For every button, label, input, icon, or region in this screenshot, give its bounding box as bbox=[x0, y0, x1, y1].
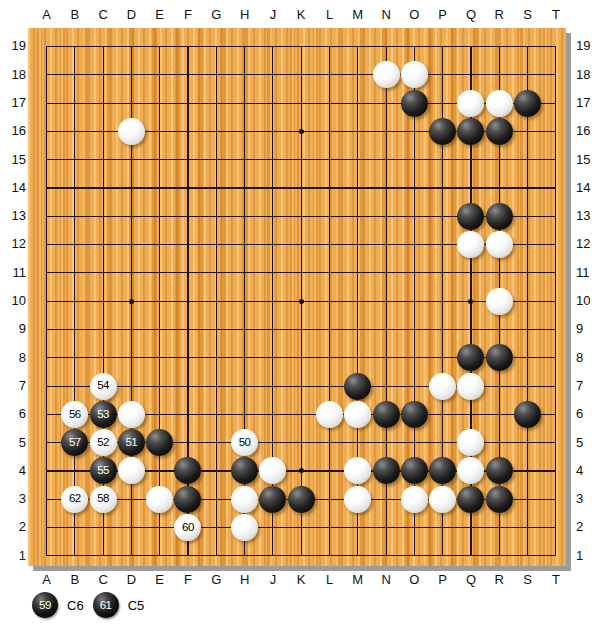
point-R7 bbox=[485, 372, 513, 400]
point-S12 bbox=[513, 230, 541, 258]
point-A11 bbox=[32, 259, 60, 287]
point-H4 bbox=[230, 457, 258, 485]
white-stone bbox=[457, 457, 484, 484]
point-P13 bbox=[429, 202, 457, 230]
star-point bbox=[299, 468, 304, 473]
column-label-bottom: P bbox=[429, 572, 457, 588]
point-G15 bbox=[202, 146, 230, 174]
point-T14 bbox=[542, 174, 570, 202]
black-stone bbox=[514, 401, 541, 428]
column-label-top: D bbox=[117, 7, 145, 23]
column-label-bottom: E bbox=[146, 572, 174, 588]
caption-black-stone-icon: 61 bbox=[93, 592, 119, 618]
point-A14 bbox=[32, 174, 60, 202]
point-H18 bbox=[230, 61, 258, 89]
point-J7 bbox=[259, 372, 287, 400]
black-stone bbox=[486, 344, 513, 371]
point-A6 bbox=[32, 400, 60, 428]
white-stone bbox=[146, 486, 173, 513]
point-R17 bbox=[485, 89, 513, 117]
row-label-right: 5 bbox=[576, 429, 600, 457]
point-M5 bbox=[344, 429, 372, 457]
point-T19 bbox=[542, 32, 570, 60]
point-P3 bbox=[429, 485, 457, 513]
point-M10 bbox=[344, 287, 372, 315]
point-R15 bbox=[485, 146, 513, 174]
point-A8 bbox=[32, 344, 60, 372]
point-E3 bbox=[146, 485, 174, 513]
point-L15 bbox=[315, 146, 343, 174]
point-S19 bbox=[513, 32, 541, 60]
point-C8 bbox=[89, 344, 117, 372]
point-C19 bbox=[89, 32, 117, 60]
point-M9 bbox=[344, 315, 372, 343]
go-board: 5456535752515055625860 bbox=[28, 28, 566, 566]
point-H9 bbox=[230, 315, 258, 343]
point-N13 bbox=[372, 202, 400, 230]
column-label-top: C bbox=[89, 7, 117, 23]
row-label-left: 11 bbox=[0, 259, 26, 287]
point-F6 bbox=[174, 400, 202, 428]
point-J1 bbox=[259, 542, 287, 570]
point-O18 bbox=[400, 61, 428, 89]
point-O4 bbox=[400, 457, 428, 485]
point-C14 bbox=[89, 174, 117, 202]
point-N11 bbox=[372, 259, 400, 287]
point-O8 bbox=[400, 344, 428, 372]
column-label-top: N bbox=[372, 7, 400, 23]
row-label-right: 12 bbox=[576, 230, 600, 258]
row-label-right: 19 bbox=[576, 32, 600, 60]
point-D3 bbox=[117, 485, 145, 513]
row-label-right: 3 bbox=[576, 485, 600, 513]
point-S2 bbox=[513, 513, 541, 541]
column-label-top: M bbox=[344, 7, 372, 23]
point-E1 bbox=[146, 542, 174, 570]
point-K18 bbox=[287, 61, 315, 89]
black-stone bbox=[486, 486, 513, 513]
black-stone bbox=[457, 118, 484, 145]
white-stone: 56 bbox=[61, 401, 88, 428]
point-C18 bbox=[89, 61, 117, 89]
point-B18 bbox=[61, 61, 89, 89]
point-O16 bbox=[400, 117, 428, 145]
point-K11 bbox=[287, 259, 315, 287]
column-label-top: K bbox=[287, 7, 315, 23]
point-B14 bbox=[61, 174, 89, 202]
point-S9 bbox=[513, 315, 541, 343]
point-K3 bbox=[287, 485, 315, 513]
point-B4 bbox=[61, 457, 89, 485]
point-F14 bbox=[174, 174, 202, 202]
black-stone: 55 bbox=[90, 457, 117, 484]
point-D14 bbox=[117, 174, 145, 202]
row-label-left: 14 bbox=[0, 174, 26, 202]
point-C9 bbox=[89, 315, 117, 343]
row-label-left: 3 bbox=[0, 485, 26, 513]
point-C6: 53 bbox=[89, 400, 117, 428]
point-E13 bbox=[146, 202, 174, 230]
point-S15 bbox=[513, 146, 541, 174]
point-N15 bbox=[372, 146, 400, 174]
point-G17 bbox=[202, 89, 230, 117]
point-O9 bbox=[400, 315, 428, 343]
point-J18 bbox=[259, 61, 287, 89]
white-stone bbox=[486, 231, 513, 258]
point-K16 bbox=[287, 117, 315, 145]
point-T13 bbox=[542, 202, 570, 230]
move-number: 57 bbox=[69, 437, 81, 449]
point-G3 bbox=[202, 485, 230, 513]
column-label-bottom: H bbox=[230, 572, 258, 588]
move-number: 51 bbox=[125, 437, 137, 449]
black-stone bbox=[174, 457, 201, 484]
point-O19 bbox=[400, 32, 428, 60]
point-P17 bbox=[429, 89, 457, 117]
point-Q8 bbox=[457, 344, 485, 372]
point-P2 bbox=[429, 513, 457, 541]
point-J3 bbox=[259, 485, 287, 513]
column-label-top: Q bbox=[457, 7, 485, 23]
point-D9 bbox=[117, 315, 145, 343]
point-C12 bbox=[89, 230, 117, 258]
row-label-left: 1 bbox=[0, 542, 26, 570]
point-H7 bbox=[230, 372, 258, 400]
point-M16 bbox=[344, 117, 372, 145]
point-F9 bbox=[174, 315, 202, 343]
point-R3 bbox=[485, 485, 513, 513]
black-stone: 57 bbox=[61, 429, 88, 456]
row-label-left: 2 bbox=[0, 513, 26, 541]
point-N12 bbox=[372, 230, 400, 258]
point-D7 bbox=[117, 372, 145, 400]
row-label-right: 1 bbox=[576, 542, 600, 570]
point-N19 bbox=[372, 32, 400, 60]
row-label-right: 11 bbox=[576, 259, 600, 287]
row-label-right: 7 bbox=[576, 372, 600, 400]
point-E17 bbox=[146, 89, 174, 117]
point-Q10 bbox=[457, 287, 485, 315]
row-label-left: 8 bbox=[0, 344, 26, 372]
point-C17 bbox=[89, 89, 117, 117]
point-F11 bbox=[174, 259, 202, 287]
point-F4 bbox=[174, 457, 202, 485]
point-O2 bbox=[400, 513, 428, 541]
point-B17 bbox=[61, 89, 89, 117]
column-label-bottom: C bbox=[89, 572, 117, 588]
point-J17 bbox=[259, 89, 287, 117]
point-T5 bbox=[542, 429, 570, 457]
column-label-bottom: B bbox=[61, 572, 89, 588]
point-L5 bbox=[315, 429, 343, 457]
point-M11 bbox=[344, 259, 372, 287]
black-stone bbox=[401, 401, 428, 428]
point-M19 bbox=[344, 32, 372, 60]
point-Q4 bbox=[457, 457, 485, 485]
column-label-bottom: S bbox=[513, 572, 541, 588]
point-K2 bbox=[287, 513, 315, 541]
point-E11 bbox=[146, 259, 174, 287]
white-stone: 60 bbox=[174, 514, 201, 541]
column-label-top: O bbox=[400, 7, 428, 23]
column-label-top: P bbox=[429, 7, 457, 23]
point-O6 bbox=[400, 400, 428, 428]
point-J2 bbox=[259, 513, 287, 541]
point-T17 bbox=[542, 89, 570, 117]
point-P7 bbox=[429, 372, 457, 400]
point-L13 bbox=[315, 202, 343, 230]
row-label-left: 17 bbox=[0, 89, 26, 117]
point-A15 bbox=[32, 146, 60, 174]
point-H3 bbox=[230, 485, 258, 513]
point-O1 bbox=[400, 542, 428, 570]
point-D5: 51 bbox=[117, 429, 145, 457]
point-N4 bbox=[372, 457, 400, 485]
black-stone bbox=[373, 457, 400, 484]
point-B6: 56 bbox=[61, 400, 89, 428]
point-B1 bbox=[61, 542, 89, 570]
point-F16 bbox=[174, 117, 202, 145]
point-S6 bbox=[513, 400, 541, 428]
point-C3: 58 bbox=[89, 485, 117, 513]
point-G13 bbox=[202, 202, 230, 230]
point-O5 bbox=[400, 429, 428, 457]
point-H8 bbox=[230, 344, 258, 372]
point-O13 bbox=[400, 202, 428, 230]
point-F19 bbox=[174, 32, 202, 60]
black-stone bbox=[174, 486, 201, 513]
white-stone bbox=[118, 401, 145, 428]
point-G5 bbox=[202, 429, 230, 457]
point-G9 bbox=[202, 315, 230, 343]
point-A1 bbox=[32, 542, 60, 570]
point-Q13 bbox=[457, 202, 485, 230]
point-A7 bbox=[32, 372, 60, 400]
white-stone bbox=[457, 373, 484, 400]
white-stone bbox=[231, 514, 258, 541]
point-C10 bbox=[89, 287, 117, 315]
point-P15 bbox=[429, 146, 457, 174]
point-B10 bbox=[61, 287, 89, 315]
white-stone bbox=[486, 288, 513, 315]
black-stone bbox=[401, 90, 428, 117]
black-stone: 53 bbox=[90, 401, 117, 428]
point-D10 bbox=[117, 287, 145, 315]
point-A5 bbox=[32, 429, 60, 457]
point-J14 bbox=[259, 174, 287, 202]
point-H2 bbox=[230, 513, 258, 541]
caption-move-number: 61 bbox=[100, 599, 112, 611]
point-R14 bbox=[485, 174, 513, 202]
point-N2 bbox=[372, 513, 400, 541]
point-F5 bbox=[174, 429, 202, 457]
point-B9 bbox=[61, 315, 89, 343]
point-K15 bbox=[287, 146, 315, 174]
black-stone bbox=[401, 457, 428, 484]
point-P8 bbox=[429, 344, 457, 372]
point-R6 bbox=[485, 400, 513, 428]
point-Q18 bbox=[457, 61, 485, 89]
point-S16 bbox=[513, 117, 541, 145]
point-A17 bbox=[32, 89, 60, 117]
row-label-right: 15 bbox=[576, 146, 600, 174]
point-F15 bbox=[174, 146, 202, 174]
point-L19 bbox=[315, 32, 343, 60]
point-E9 bbox=[146, 315, 174, 343]
point-S7 bbox=[513, 372, 541, 400]
point-C5: 52 bbox=[89, 429, 117, 457]
row-label-left: 10 bbox=[0, 287, 26, 315]
white-stone bbox=[486, 90, 513, 117]
point-J5 bbox=[259, 429, 287, 457]
column-label-top: S bbox=[513, 7, 541, 23]
point-A19 bbox=[32, 32, 60, 60]
point-L2 bbox=[315, 513, 343, 541]
point-R10 bbox=[485, 287, 513, 315]
row-label-left: 15 bbox=[0, 146, 26, 174]
point-G4 bbox=[202, 457, 230, 485]
point-E18 bbox=[146, 61, 174, 89]
point-E14 bbox=[146, 174, 174, 202]
row-label-left: 12 bbox=[0, 230, 26, 258]
point-L9 bbox=[315, 315, 343, 343]
row-label-right: 18 bbox=[576, 61, 600, 89]
point-D16 bbox=[117, 117, 145, 145]
point-J6 bbox=[259, 400, 287, 428]
point-Q15 bbox=[457, 146, 485, 174]
point-Q14 bbox=[457, 174, 485, 202]
point-A9 bbox=[32, 315, 60, 343]
column-label-top: A bbox=[32, 7, 60, 23]
row-label-left: 9 bbox=[0, 315, 26, 343]
row-label-left: 13 bbox=[0, 202, 26, 230]
point-G1 bbox=[202, 542, 230, 570]
point-T18 bbox=[542, 61, 570, 89]
point-H1 bbox=[230, 542, 258, 570]
caption-black-stone-icon: 59 bbox=[32, 592, 58, 618]
point-Q16 bbox=[457, 117, 485, 145]
move-number: 52 bbox=[97, 437, 109, 449]
point-B2 bbox=[61, 513, 89, 541]
point-Q19 bbox=[457, 32, 485, 60]
white-stone bbox=[429, 486, 456, 513]
point-S4 bbox=[513, 457, 541, 485]
point-H14 bbox=[230, 174, 258, 202]
point-K7 bbox=[287, 372, 315, 400]
row-label-right: 16 bbox=[576, 117, 600, 145]
point-M13 bbox=[344, 202, 372, 230]
point-P19 bbox=[429, 32, 457, 60]
point-P14 bbox=[429, 174, 457, 202]
point-T12 bbox=[542, 230, 570, 258]
white-stone bbox=[429, 373, 456, 400]
white-stone bbox=[344, 457, 371, 484]
column-label-bottom: K bbox=[287, 572, 315, 588]
black-stone bbox=[373, 401, 400, 428]
white-stone bbox=[259, 457, 286, 484]
point-R8 bbox=[485, 344, 513, 372]
white-stone bbox=[401, 486, 428, 513]
point-H10 bbox=[230, 287, 258, 315]
point-G8 bbox=[202, 344, 230, 372]
point-N14 bbox=[372, 174, 400, 202]
point-R11 bbox=[485, 259, 513, 287]
point-E6 bbox=[146, 400, 174, 428]
point-F7 bbox=[174, 372, 202, 400]
point-M2 bbox=[344, 513, 372, 541]
point-T11 bbox=[542, 259, 570, 287]
column-label-top: E bbox=[146, 7, 174, 23]
point-S1 bbox=[513, 542, 541, 570]
point-F8 bbox=[174, 344, 202, 372]
point-N8 bbox=[372, 344, 400, 372]
point-D12 bbox=[117, 230, 145, 258]
point-H6 bbox=[230, 400, 258, 428]
row-label-right: 8 bbox=[576, 344, 600, 372]
point-M4 bbox=[344, 457, 372, 485]
black-stone bbox=[231, 457, 258, 484]
point-E4 bbox=[146, 457, 174, 485]
white-stone bbox=[373, 61, 400, 88]
point-P5 bbox=[429, 429, 457, 457]
point-N9 bbox=[372, 315, 400, 343]
point-G6 bbox=[202, 400, 230, 428]
point-B19 bbox=[61, 32, 89, 60]
white-stone bbox=[344, 401, 371, 428]
board-grid: 5456535752515055625860 bbox=[32, 32, 570, 570]
point-N3 bbox=[372, 485, 400, 513]
point-K6 bbox=[287, 400, 315, 428]
point-T4 bbox=[542, 457, 570, 485]
column-label-top: T bbox=[542, 7, 570, 23]
point-O15 bbox=[400, 146, 428, 174]
point-T10 bbox=[542, 287, 570, 315]
column-label-bottom: O bbox=[400, 572, 428, 588]
point-B11 bbox=[61, 259, 89, 287]
point-P11 bbox=[429, 259, 457, 287]
point-H17 bbox=[230, 89, 258, 117]
point-C15 bbox=[89, 146, 117, 174]
point-E16 bbox=[146, 117, 174, 145]
white-stone: 50 bbox=[231, 429, 258, 456]
white-stone bbox=[457, 231, 484, 258]
point-L12 bbox=[315, 230, 343, 258]
column-label-top: F bbox=[174, 7, 202, 23]
point-N18 bbox=[372, 61, 400, 89]
point-O10 bbox=[400, 287, 428, 315]
point-K14 bbox=[287, 174, 315, 202]
column-label-bottom: T bbox=[542, 572, 570, 588]
point-R9 bbox=[485, 315, 513, 343]
column-label-bottom: J bbox=[259, 572, 287, 588]
point-Q7 bbox=[457, 372, 485, 400]
point-C4: 55 bbox=[89, 457, 117, 485]
point-M1 bbox=[344, 542, 372, 570]
point-N5 bbox=[372, 429, 400, 457]
move-number: 53 bbox=[97, 409, 109, 421]
point-Q3 bbox=[457, 485, 485, 513]
point-F13 bbox=[174, 202, 202, 230]
point-K17 bbox=[287, 89, 315, 117]
row-label-left: 16 bbox=[0, 117, 26, 145]
point-R16 bbox=[485, 117, 513, 145]
row-label-left: 18 bbox=[0, 61, 26, 89]
star-point bbox=[129, 299, 134, 304]
column-label-top: H bbox=[230, 7, 258, 23]
point-A4 bbox=[32, 457, 60, 485]
point-E5 bbox=[146, 429, 174, 457]
column-label-bottom: R bbox=[485, 572, 513, 588]
